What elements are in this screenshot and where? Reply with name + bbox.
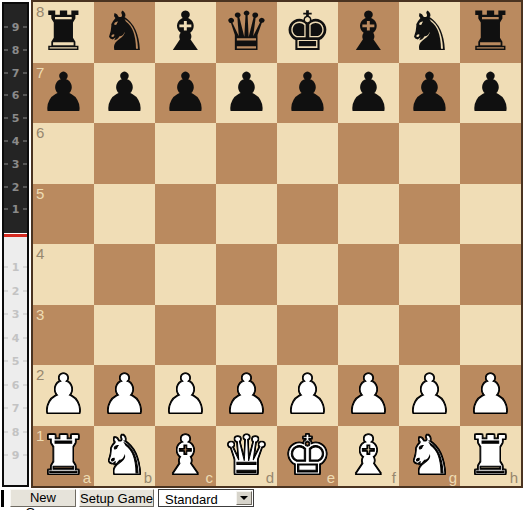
tick-dash [4,72,8,73]
eval-tick-minus-2: 2 [4,285,27,296]
eval-tick-minus-8: 8 [4,426,27,437]
eval-tick-8: 8 [4,44,27,55]
piece-black-pawn[interactable]: ♟ [100,66,148,120]
tick-dash [4,186,8,187]
tick-number: 2 [12,285,20,296]
square-a1[interactable]: 1a♜ [33,426,94,487]
tick-dash [4,27,8,28]
tick-dash [23,337,27,338]
square-a4[interactable]: 4 [33,244,94,305]
rank-label-2: 2 [36,367,44,382]
tick-number: 8 [12,44,20,55]
eval-tick-6: 6 [4,90,27,101]
tick-dash [4,267,8,268]
toolbar-gripper[interactable] [1,490,4,507]
file-label-f: f [392,470,396,485]
square-d3[interactable] [216,305,277,366]
square-c5[interactable] [155,184,216,245]
tick-dash [4,118,8,119]
piece-white-bishop[interactable]: ♝ [161,429,209,483]
piece-white-rook[interactable]: ♜ [466,429,514,483]
tick-dash [23,49,27,50]
piece-white-knight[interactable]: ♞ [405,429,453,483]
eval-tick-2: 2 [4,181,27,192]
square-a2[interactable]: 2♟ [33,365,94,426]
rank-label-5: 5 [36,186,44,201]
tick-number: 1 [12,262,20,273]
square-d5[interactable] [216,184,277,245]
square-h2[interactable]: ♟ [460,365,521,426]
tick-number: 7 [12,403,20,414]
square-f2[interactable]: ♟ [338,365,399,426]
game-type-select[interactable]: Standard [158,489,254,507]
new-game-button[interactable]: New Game [10,489,76,507]
piece-white-pawn[interactable]: ♟ [100,368,148,422]
tick-dash [23,290,27,291]
square-g8[interactable]: ♞ [399,2,460,63]
evaluation-bar: 987654321123456789 [2,2,29,487]
tick-dash [4,209,8,210]
game-type-selected-value: Standard [165,492,218,507]
piece-white-bishop[interactable]: ♝ [344,429,392,483]
tick-dash [4,163,8,164]
piece-white-pawn[interactable]: ♟ [283,368,331,422]
tick-dash [23,267,27,268]
tick-number: 4 [12,136,20,147]
piece-black-king[interactable]: ♚ [283,5,331,59]
square-a6[interactable]: 6 [33,123,94,184]
square-b5[interactable] [94,184,155,245]
tick-dash [23,95,27,96]
file-label-g: g [449,470,457,485]
square-c7[interactable]: ♟ [155,63,216,124]
piece-white-pawn[interactable]: ♟ [405,368,453,422]
setup-game-button[interactable]: Setup Game [79,489,154,507]
piece-white-king[interactable]: ♚ [283,429,331,483]
tick-number: 5 [12,356,20,367]
square-e6[interactable] [277,123,338,184]
square-c1[interactable]: c♝ [155,426,216,487]
tick-dash [23,431,27,432]
square-g1[interactable]: g♞ [399,426,460,487]
square-h1[interactable]: h♜ [460,426,521,487]
square-a8[interactable]: 8♜ [33,2,94,63]
square-a3[interactable]: 3 [33,305,94,366]
tick-dash [23,408,27,409]
tick-number: 9 [12,450,20,461]
square-b2[interactable]: ♟ [94,365,155,426]
square-b3[interactable] [94,305,155,366]
square-d8[interactable]: ♛ [216,2,277,63]
square-b6[interactable] [94,123,155,184]
eval-tick-9: 9 [4,22,27,33]
square-c4[interactable] [155,244,216,305]
tick-dash [4,384,8,385]
piece-black-pawn[interactable]: ♟ [466,66,514,120]
tick-number: 7 [12,67,20,78]
square-f1[interactable]: f♝ [338,426,399,487]
eval-tick-minus-7: 7 [4,403,27,414]
square-f6[interactable] [338,123,399,184]
tick-number: 4 [12,332,20,343]
piece-black-knight[interactable]: ♞ [405,5,453,59]
square-c6[interactable] [155,123,216,184]
tick-dash [23,384,27,385]
chevron-down-icon [240,496,248,500]
tick-number: 3 [12,309,20,320]
square-h3[interactable] [460,305,521,366]
piece-white-pawn[interactable]: ♟ [222,368,270,422]
square-f7[interactable]: ♟ [338,63,399,124]
tick-dash [23,141,27,142]
tick-dash [4,455,8,456]
tick-dash [4,141,8,142]
rank-label-1: 1 [36,428,44,443]
square-d1[interactable]: d♛ [216,426,277,487]
file-label-h: h [510,470,518,485]
eval-tick-minus-9: 9 [4,450,27,461]
square-c3[interactable] [155,305,216,366]
tick-dash [23,314,27,315]
piece-black-knight[interactable]: ♞ [100,5,148,59]
piece-black-pawn[interactable]: ♟ [222,66,270,120]
square-c8[interactable]: ♝ [155,2,216,63]
square-d4[interactable] [216,244,277,305]
square-g6[interactable] [399,123,460,184]
toolbar: New Game Setup Game Standard [0,488,526,510]
square-f4[interactable] [338,244,399,305]
file-label-b: b [144,470,152,485]
eval-tick-4: 4 [4,136,27,147]
piece-black-rook[interactable]: ♜ [466,5,514,59]
tick-dash [23,118,27,119]
tick-number: 6 [12,379,20,390]
chess-board: 8♜♞♝♛♚♝♞♜7♟♟♟♟♟♟♟♟65432♟♟♟♟♟♟♟♟1a♜b♞c♝d♛… [31,0,523,488]
piece-black-bishop[interactable]: ♝ [161,5,209,59]
piece-black-pawn[interactable]: ♟ [405,66,453,120]
square-f3[interactable] [338,305,399,366]
square-h5[interactable] [460,184,521,245]
tick-number: 8 [12,426,20,437]
square-g3[interactable] [399,305,460,366]
square-h7[interactable]: ♟ [460,63,521,124]
square-a5[interactable]: 5 [33,184,94,245]
eval-tick-minus-6: 6 [4,379,27,390]
eval-tick-3: 3 [4,158,27,169]
tick-dash [23,27,27,28]
square-e5[interactable] [277,184,338,245]
tick-dash [23,455,27,456]
tick-dash [4,408,8,409]
square-g4[interactable] [399,244,460,305]
piece-white-knight[interactable]: ♞ [100,429,148,483]
eval-tick-minus-1: 1 [4,262,27,273]
eval-tick-minus-3: 3 [4,309,27,320]
square-c2[interactable]: ♟ [155,365,216,426]
tick-dash [4,431,8,432]
piece-black-queen[interactable]: ♛ [222,5,270,59]
square-e8[interactable]: ♚ [277,2,338,63]
tick-dash [4,95,8,96]
rank-label-7: 7 [36,65,44,80]
square-e3[interactable] [277,305,338,366]
piece-white-pawn[interactable]: ♟ [161,368,209,422]
tick-dash [23,186,27,187]
tick-number: 9 [12,22,20,33]
tick-dash [4,361,8,362]
tick-dash [4,337,8,338]
eval-tick-minus-5: 5 [4,356,27,367]
piece-black-pawn[interactable]: ♟ [39,66,87,120]
tick-dash [23,361,27,362]
square-b1[interactable]: b♞ [94,426,155,487]
tick-dash [23,163,27,164]
piece-black-rook[interactable]: ♜ [39,5,87,59]
piece-white-queen[interactable]: ♛ [222,429,270,483]
tick-dash [4,290,8,291]
piece-black-pawn[interactable]: ♟ [161,66,209,120]
tick-dash [23,209,27,210]
piece-white-pawn[interactable]: ♟ [466,368,514,422]
piece-black-bishop[interactable]: ♝ [344,5,392,59]
eval-tick-7: 7 [4,67,27,78]
square-a7[interactable]: 7♟ [33,63,94,124]
tick-number: 1 [12,204,20,215]
tick-number: 5 [12,113,20,124]
piece-white-rook[interactable]: ♜ [39,429,87,483]
rank-label-3: 3 [36,307,44,322]
eval-tick-minus-4: 4 [4,332,27,343]
square-h8[interactable]: ♜ [460,2,521,63]
square-e7[interactable]: ♟ [277,63,338,124]
tick-number: 3 [12,158,20,169]
square-e1[interactable]: e♚ [277,426,338,487]
square-b7[interactable]: ♟ [94,63,155,124]
square-g2[interactable]: ♟ [399,365,460,426]
square-d2[interactable]: ♟ [216,365,277,426]
square-h4[interactable] [460,244,521,305]
piece-white-pawn[interactable]: ♟ [39,368,87,422]
square-g5[interactable] [399,184,460,245]
eval-tick-1: 1 [4,204,27,215]
file-label-c: c [206,470,214,485]
file-label-e: e [327,470,335,485]
file-label-d: d [266,470,274,485]
dropdown-arrow-button[interactable] [236,491,252,505]
square-f8[interactable]: ♝ [338,2,399,63]
tick-number: 6 [12,90,20,101]
square-e2[interactable]: ♟ [277,365,338,426]
tick-dash [4,314,8,315]
piece-white-pawn[interactable]: ♟ [344,368,392,422]
tick-number: 2 [12,181,20,192]
square-b4[interactable] [94,244,155,305]
piece-black-pawn[interactable]: ♟ [344,66,392,120]
chess-app-window: 987654321123456789 8♜♞♝♛♚♝♞♜7♟♟♟♟♟♟♟♟654… [0,0,526,510]
rank-label-6: 6 [36,125,44,140]
file-label-a: a [83,470,91,485]
tick-dash [4,49,8,50]
square-d7[interactable]: ♟ [216,63,277,124]
square-e4[interactable] [277,244,338,305]
rank-label-8: 8 [36,4,44,19]
eval-tick-5: 5 [4,113,27,124]
tick-dash [23,72,27,73]
square-d6[interactable] [216,123,277,184]
square-f5[interactable] [338,184,399,245]
square-h6[interactable] [460,123,521,184]
piece-black-pawn[interactable]: ♟ [283,66,331,120]
rank-label-4: 4 [36,246,44,261]
square-b8[interactable]: ♞ [94,2,155,63]
square-g7[interactable]: ♟ [399,63,460,124]
